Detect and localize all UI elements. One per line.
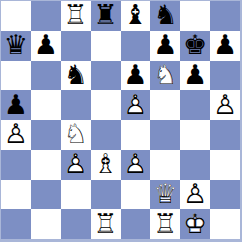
black-pawn-glyph: ♟ [183,61,207,88]
black-pawn[interactable]: ♟ [180,61,210,91]
square-e1[interactable] [121,209,151,239]
white-pawn-outline: ♙ [64,150,88,177]
square-f6[interactable]: ♞♘ [150,61,180,91]
white-rook-outline: ♖ [93,210,117,237]
white-rook[interactable]: ♜♖ [91,209,121,239]
square-b6[interactable] [31,61,61,91]
square-a2[interactable] [1,180,31,210]
square-b1[interactable] [31,209,61,239]
black-pawn-glyph: ♟ [213,31,237,58]
black-knight[interactable]: ♞ [61,61,91,91]
black-king-glyph: ♚ [183,31,207,58]
square-e8[interactable]: ♝ [121,1,151,31]
square-g8[interactable] [180,1,210,31]
square-c6[interactable]: ♞ [61,61,91,91]
white-knight-outline: ♘ [153,61,177,88]
black-bishop[interactable]: ♝ [121,1,151,31]
square-a4[interactable]: ♟♙ [1,120,31,150]
square-h4[interactable] [210,120,240,150]
black-pawn[interactable]: ♟ [121,61,151,91]
square-a1[interactable] [1,209,31,239]
square-d8[interactable]: ♜ [91,1,121,31]
white-pawn[interactable]: ♟♙ [61,150,91,180]
square-g2[interactable]: ♟♙ [180,180,210,210]
square-f7[interactable]: ♟ [150,31,180,61]
black-pawn-glyph: ♟ [123,61,147,88]
square-d2[interactable] [91,180,121,210]
black-knight-glyph: ♞ [153,1,177,28]
white-pawn[interactable]: ♟♙ [121,90,151,120]
square-f1[interactable]: ♜♖ [150,209,180,239]
square-c2[interactable] [61,180,91,210]
white-knight[interactable]: ♞♘ [150,61,180,91]
square-b7[interactable]: ♟ [31,31,61,61]
square-a3[interactable] [1,150,31,180]
black-pawn-glyph: ♟ [153,31,177,58]
white-rook-outline: ♖ [64,1,88,28]
square-c8[interactable]: ♜♖ [61,1,91,31]
square-e5[interactable]: ♟♙ [121,90,151,120]
white-pawn-outline: ♙ [123,150,147,177]
square-h2[interactable] [210,180,240,210]
white-queen-outline: ♕ [153,180,177,207]
square-c1[interactable] [61,209,91,239]
square-f5[interactable] [150,90,180,120]
black-king[interactable]: ♚ [180,31,210,61]
square-e7[interactable] [121,31,151,61]
square-g6[interactable]: ♟ [180,61,210,91]
white-pawn[interactable]: ♟♙ [210,90,240,120]
white-queen[interactable]: ♛♕ [150,180,180,210]
square-c3[interactable]: ♟♙ [61,150,91,180]
square-b3[interactable] [31,150,61,180]
white-king-outline: ♔ [183,210,207,237]
square-c7[interactable] [61,31,91,61]
square-g3[interactable] [180,150,210,180]
square-d4[interactable] [91,120,121,150]
square-h1[interactable] [210,209,240,239]
square-e4[interactable] [121,120,151,150]
square-c5[interactable] [61,90,91,120]
square-h8[interactable] [210,1,240,31]
white-pawn-outline: ♙ [123,91,147,118]
square-d6[interactable] [91,61,121,91]
white-knight-outline: ♘ [64,120,88,147]
white-pawn-outline: ♙ [213,91,237,118]
square-g7[interactable]: ♚ [180,31,210,61]
white-bishop[interactable]: ♝♗ [91,150,121,180]
square-b8[interactable] [31,1,61,31]
white-pawn-outline: ♙ [4,120,28,147]
white-king[interactable]: ♚♔ [180,209,210,239]
square-e6[interactable]: ♟ [121,61,151,91]
square-h6[interactable] [210,61,240,91]
square-e3[interactable]: ♟♙ [121,150,151,180]
white-bishop-outline: ♗ [93,150,117,177]
white-rook[interactable]: ♜♖ [61,1,91,31]
square-f3[interactable] [150,150,180,180]
black-rook-glyph: ♜ [93,1,117,28]
white-pawn-outline: ♙ [183,180,207,207]
square-f2[interactable]: ♛♕ [150,180,180,210]
white-knight[interactable]: ♞♘ [61,120,91,150]
black-rook[interactable]: ♜ [91,1,121,31]
black-queen-glyph: ♛ [4,31,28,58]
square-f4[interactable] [150,120,180,150]
white-pawn[interactable]: ♟♙ [180,180,210,210]
black-knight-glyph: ♞ [64,61,88,88]
square-g5[interactable] [180,90,210,120]
square-a6[interactable] [1,61,31,91]
square-h5[interactable]: ♟♙ [210,90,240,120]
black-pawn[interactable]: ♟ [150,31,180,61]
black-bishop-glyph: ♝ [123,1,147,28]
white-pawn[interactable]: ♟♙ [1,120,31,150]
black-pawn-glyph: ♟ [4,91,28,118]
square-b5[interactable] [31,90,61,120]
square-a5[interactable]: ♟ [1,90,31,120]
black-knight[interactable]: ♞ [150,1,180,31]
square-a7[interactable]: ♛ [1,31,31,61]
white-rook[interactable]: ♜♖ [150,209,180,239]
square-f8[interactable]: ♞ [150,1,180,31]
chess-board-frame: ♜♖♜♝♞♛♟♟♚♟♞♟♞♘♟♟♟♙♟♙♟♙♞♘♟♙♝♗♟♙♛♕♟♙♜♖♜♖♚♔ [0,0,242,242]
square-h3[interactable] [210,150,240,180]
square-d1[interactable]: ♜♖ [91,209,121,239]
square-h7[interactable]: ♟ [210,31,240,61]
square-d5[interactable] [91,90,121,120]
square-c4[interactable]: ♞♘ [61,120,91,150]
black-pawn[interactable]: ♟ [210,31,240,61]
black-pawn[interactable]: ♟ [1,90,31,120]
square-g1[interactable]: ♚♔ [180,209,210,239]
square-b4[interactable] [31,120,61,150]
square-b2[interactable] [31,180,61,210]
chess-board[interactable]: ♜♖♜♝♞♛♟♟♚♟♞♟♞♘♟♟♟♙♟♙♟♙♞♘♟♙♝♗♟♙♛♕♟♙♜♖♜♖♚♔ [1,1,240,239]
square-a8[interactable] [1,1,31,31]
square-d3[interactable]: ♝♗ [91,150,121,180]
square-g4[interactable] [180,120,210,150]
black-pawn[interactable]: ♟ [31,31,61,61]
black-pawn-glyph: ♟ [34,31,58,58]
square-e2[interactable] [121,180,151,210]
white-pawn[interactable]: ♟♙ [121,150,151,180]
square-d7[interactable] [91,31,121,61]
white-rook-outline: ♖ [153,210,177,237]
black-queen[interactable]: ♛ [1,31,31,61]
